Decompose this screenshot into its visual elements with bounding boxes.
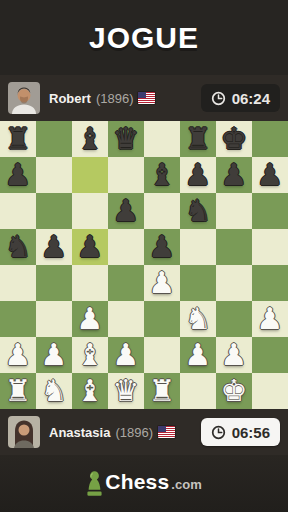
top-player-rating: (1896) xyxy=(96,91,134,106)
square-f3[interactable]: ♞ xyxy=(180,301,216,337)
square-c6[interactable] xyxy=(72,193,108,229)
piece-white-pawn[interactable]: ♟ xyxy=(5,337,32,373)
square-c8[interactable]: ♝ xyxy=(72,121,108,157)
square-c1[interactable]: ♝ xyxy=(72,373,108,409)
square-b4[interactable] xyxy=(36,265,72,301)
square-e8[interactable] xyxy=(144,121,180,157)
piece-white-pawn[interactable]: ♟ xyxy=(185,337,212,373)
top-player-time: 06:24 xyxy=(232,90,270,107)
top-player-info: Robert (1896) xyxy=(49,91,201,106)
square-e2[interactable] xyxy=(144,337,180,373)
piece-black-king[interactable]: ♚ xyxy=(221,121,248,157)
square-g1[interactable]: ♚ xyxy=(216,373,252,409)
app-root: JOGUE Robert (1896) 06:24 ♜♝♛♜♚♟♝♟♟♟♟♞♞♟… xyxy=(0,0,288,512)
piece-black-pawn[interactable]: ♟ xyxy=(185,157,212,193)
square-e3[interactable] xyxy=(144,301,180,337)
piece-white-rook[interactable]: ♜ xyxy=(5,373,32,409)
square-a2[interactable]: ♟ xyxy=(0,337,36,373)
page-header: JOGUE xyxy=(0,0,288,75)
square-h6[interactable] xyxy=(252,193,288,229)
bottom-player-name: Anastasia xyxy=(49,425,110,440)
square-b7[interactable] xyxy=(36,157,72,193)
square-d1[interactable]: ♛ xyxy=(108,373,144,409)
square-g4[interactable] xyxy=(216,265,252,301)
piece-black-knight[interactable]: ♞ xyxy=(185,193,212,229)
square-d7[interactable] xyxy=(108,157,144,193)
square-a3[interactable] xyxy=(0,301,36,337)
square-a5[interactable]: ♞ xyxy=(0,229,36,265)
square-e6[interactable] xyxy=(144,193,180,229)
bottom-player-bar: Anastasia (1896) 06:56 xyxy=(0,409,288,455)
page-title: JOGUE xyxy=(89,21,199,55)
piece-black-rook[interactable]: ♜ xyxy=(5,121,32,157)
top-player-clock: 06:24 xyxy=(201,84,280,112)
square-b1[interactable]: ♞ xyxy=(36,373,72,409)
square-h7[interactable]: ♟ xyxy=(252,157,288,193)
square-d5[interactable] xyxy=(108,229,144,265)
chess-board[interactable]: ♜♝♛♜♚♟♝♟♟♟♟♞♞♟♟♟♟♟♞♟♟♟♝♟♟♟♜♞♝♛♜♚ xyxy=(0,121,288,409)
square-f7[interactable]: ♟ xyxy=(180,157,216,193)
bottom-player-avatar[interactable] xyxy=(8,416,40,448)
logo-brand-text: Chess xyxy=(105,470,169,494)
square-g8[interactable]: ♚ xyxy=(216,121,252,157)
top-player-avatar[interactable] xyxy=(8,82,40,114)
square-e1[interactable]: ♜ xyxy=(144,373,180,409)
square-f5[interactable] xyxy=(180,229,216,265)
avatar-anastasia-image xyxy=(8,416,40,448)
square-f8[interactable]: ♜ xyxy=(180,121,216,157)
piece-black-rook[interactable]: ♜ xyxy=(185,121,212,157)
square-a6[interactable] xyxy=(0,193,36,229)
piece-black-queen[interactable]: ♛ xyxy=(113,121,140,157)
square-d4[interactable] xyxy=(108,265,144,301)
square-b3[interactable] xyxy=(36,301,72,337)
square-b6[interactable] xyxy=(36,193,72,229)
square-b2[interactable]: ♟ xyxy=(36,337,72,373)
piece-black-pawn[interactable]: ♟ xyxy=(257,157,284,193)
square-g5[interactable] xyxy=(216,229,252,265)
square-a4[interactable] xyxy=(0,265,36,301)
piece-white-pawn[interactable]: ♟ xyxy=(221,337,248,373)
piece-black-knight[interactable]: ♞ xyxy=(5,229,32,265)
square-h8[interactable] xyxy=(252,121,288,157)
page-footer: Chess .com xyxy=(0,455,288,512)
square-g7[interactable]: ♟ xyxy=(216,157,252,193)
square-g6[interactable] xyxy=(216,193,252,229)
square-f2[interactable]: ♟ xyxy=(180,337,216,373)
square-h4[interactable] xyxy=(252,265,288,301)
piece-white-pawn[interactable]: ♟ xyxy=(149,265,176,301)
square-h1[interactable] xyxy=(252,373,288,409)
pawn-logo-icon xyxy=(86,470,103,497)
square-e7[interactable]: ♝ xyxy=(144,157,180,193)
piece-black-pawn[interactable]: ♟ xyxy=(149,229,176,265)
square-h5[interactable] xyxy=(252,229,288,265)
square-d6[interactable]: ♟ xyxy=(108,193,144,229)
square-c5[interactable]: ♟ xyxy=(72,229,108,265)
piece-white-bishop[interactable]: ♝ xyxy=(77,337,104,373)
piece-black-pawn[interactable]: ♟ xyxy=(5,157,32,193)
square-h3[interactable]: ♟ xyxy=(252,301,288,337)
piece-black-bishop[interactable]: ♝ xyxy=(149,157,176,193)
piece-white-pawn[interactable]: ♟ xyxy=(113,337,140,373)
us-flag-icon xyxy=(138,92,155,104)
piece-white-pawn[interactable]: ♟ xyxy=(41,337,68,373)
square-e5[interactable]: ♟ xyxy=(144,229,180,265)
square-g3[interactable] xyxy=(216,301,252,337)
chesscom-logo[interactable]: Chess .com xyxy=(86,470,201,497)
square-d2[interactable]: ♟ xyxy=(108,337,144,373)
square-h2[interactable] xyxy=(252,337,288,373)
square-e4[interactable]: ♟ xyxy=(144,265,180,301)
square-b8[interactable] xyxy=(36,121,72,157)
piece-black-pawn[interactable]: ♟ xyxy=(113,193,140,229)
square-f6[interactable]: ♞ xyxy=(180,193,216,229)
piece-black-bishop[interactable]: ♝ xyxy=(77,121,104,157)
square-c3[interactable]: ♟ xyxy=(72,301,108,337)
us-flag-icon xyxy=(158,426,175,438)
piece-white-king[interactable]: ♚ xyxy=(221,373,248,409)
piece-black-pawn[interactable]: ♟ xyxy=(221,157,248,193)
piece-white-rook[interactable]: ♜ xyxy=(149,373,176,409)
piece-white-queen[interactable]: ♛ xyxy=(113,373,140,409)
piece-black-pawn[interactable]: ♟ xyxy=(41,229,68,265)
piece-white-knight[interactable]: ♞ xyxy=(185,301,212,337)
piece-white-bishop[interactable]: ♝ xyxy=(77,373,104,409)
bottom-player-info: Anastasia (1896) xyxy=(49,425,201,440)
square-f1[interactable] xyxy=(180,373,216,409)
square-g2[interactable]: ♟ xyxy=(216,337,252,373)
square-f4[interactable] xyxy=(180,265,216,301)
square-a8[interactable]: ♜ xyxy=(0,121,36,157)
clock-icon xyxy=(211,91,226,106)
top-player-name: Robert xyxy=(49,91,91,106)
piece-white-pawn[interactable]: ♟ xyxy=(77,301,104,337)
square-a1[interactable]: ♜ xyxy=(0,373,36,409)
bottom-player-clock: 06:56 xyxy=(201,418,280,446)
piece-black-pawn[interactable]: ♟ xyxy=(77,229,104,265)
square-d3[interactable] xyxy=(108,301,144,337)
piece-white-pawn[interactable]: ♟ xyxy=(257,301,284,337)
square-c4[interactable] xyxy=(72,265,108,301)
square-c2[interactable]: ♝ xyxy=(72,337,108,373)
square-d8[interactable]: ♛ xyxy=(108,121,144,157)
clock-icon xyxy=(211,425,226,440)
piece-white-knight[interactable]: ♞ xyxy=(41,373,68,409)
avatar-robert-image xyxy=(8,82,40,114)
square-c7[interactable] xyxy=(72,157,108,193)
square-b5[interactable]: ♟ xyxy=(36,229,72,265)
bottom-player-rating: (1896) xyxy=(115,425,153,440)
logo-brand-suffix: .com xyxy=(171,477,201,492)
square-a7[interactable]: ♟ xyxy=(0,157,36,193)
bottom-player-time: 06:56 xyxy=(232,424,270,441)
top-player-bar: Robert (1896) 06:24 xyxy=(0,75,288,121)
